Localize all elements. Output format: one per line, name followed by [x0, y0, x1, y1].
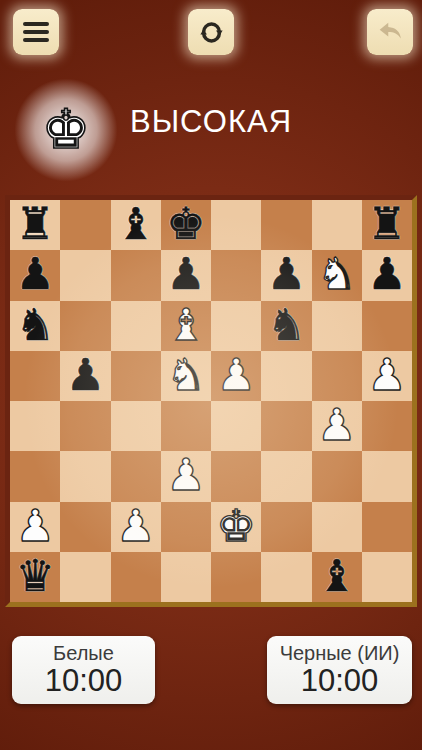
white-clock-label: Белые — [53, 642, 114, 664]
piece-white-pawn: ♟ — [367, 353, 406, 397]
square-a1[interactable]: ♛ — [10, 552, 60, 602]
square-e4[interactable] — [211, 401, 261, 451]
square-d4[interactable] — [161, 401, 211, 451]
square-f7[interactable]: ♟ — [261, 250, 311, 300]
square-b6[interactable] — [60, 301, 110, 351]
refresh-icon — [198, 19, 225, 46]
white-clock-panel: Белые 10:00 — [12, 636, 155, 704]
square-c5[interactable] — [111, 351, 161, 401]
piece-white-pawn: ♟ — [166, 453, 205, 497]
new-game-button[interactable] — [188, 9, 234, 55]
black-clock-time: 10:00 — [301, 664, 379, 698]
square-d7[interactable]: ♟ — [161, 250, 211, 300]
square-h3[interactable] — [362, 451, 412, 501]
white-clock-time: 10:00 — [45, 664, 123, 698]
square-h6[interactable] — [362, 301, 412, 351]
menu-button[interactable] — [13, 9, 59, 55]
undo-arrow-icon — [377, 19, 404, 46]
square-f3[interactable] — [261, 451, 311, 501]
square-g3[interactable] — [312, 451, 362, 501]
square-f1[interactable] — [261, 552, 311, 602]
square-e2[interactable]: ♚ — [211, 502, 261, 552]
square-e8[interactable] — [211, 200, 261, 250]
piece-white-pawn: ♟ — [15, 504, 54, 548]
piece-black-knight: ♞ — [15, 303, 54, 347]
square-b2[interactable] — [60, 502, 110, 552]
square-c6[interactable] — [111, 301, 161, 351]
black-clock-label: Черные (ИИ) — [280, 642, 400, 664]
square-e6[interactable] — [211, 301, 261, 351]
square-c4[interactable] — [111, 401, 161, 451]
piece-black-bishop: ♝ — [116, 202, 155, 246]
square-d5[interactable]: ♞ — [161, 351, 211, 401]
piece-black-rook: ♜ — [15, 202, 54, 246]
square-b7[interactable] — [60, 250, 110, 300]
piece-white-knight: ♞ — [317, 252, 356, 296]
square-a8[interactable]: ♜ — [10, 200, 60, 250]
piece-black-king: ♚ — [166, 202, 205, 246]
square-a2[interactable]: ♟ — [10, 502, 60, 552]
square-a4[interactable] — [10, 401, 60, 451]
square-c2[interactable]: ♟ — [111, 502, 161, 552]
square-d3[interactable]: ♟ — [161, 451, 211, 501]
square-f5[interactable] — [261, 351, 311, 401]
square-a7[interactable]: ♟ — [10, 250, 60, 300]
piece-white-bishop: ♝ — [166, 303, 205, 347]
square-e1[interactable] — [211, 552, 261, 602]
piece-black-pawn: ♟ — [367, 252, 406, 296]
square-b8[interactable] — [60, 200, 110, 250]
piece-white-pawn: ♟ — [216, 353, 255, 397]
chess-board: ♜♝♚♜♟♟♟♞♟♞♝♞♟♞♟♟♟♟♟♟♚♛♝ — [5, 195, 417, 607]
square-a6[interactable]: ♞ — [10, 301, 60, 351]
square-b1[interactable] — [60, 552, 110, 602]
square-f8[interactable] — [261, 200, 311, 250]
square-g1[interactable]: ♝ — [312, 552, 362, 602]
square-d2[interactable] — [161, 502, 211, 552]
piece-white-pawn: ♟ — [116, 504, 155, 548]
piece-white-knight: ♞ — [166, 353, 205, 397]
undo-button[interactable] — [367, 9, 413, 55]
square-c7[interactable] — [111, 250, 161, 300]
square-h1[interactable] — [362, 552, 412, 602]
square-e7[interactable] — [211, 250, 261, 300]
square-h7[interactable]: ♟ — [362, 250, 412, 300]
piece-black-pawn: ♟ — [15, 252, 54, 296]
piece-black-rook: ♜ — [367, 202, 406, 246]
square-h2[interactable] — [362, 502, 412, 552]
square-g2[interactable] — [312, 502, 362, 552]
piece-black-pawn: ♟ — [166, 252, 205, 296]
square-g4[interactable]: ♟ — [312, 401, 362, 451]
square-g6[interactable] — [312, 301, 362, 351]
hamburger-icon — [23, 22, 49, 42]
piece-black-pawn: ♟ — [267, 252, 306, 296]
square-f4[interactable] — [261, 401, 311, 451]
square-d1[interactable] — [161, 552, 211, 602]
square-b5[interactable]: ♟ — [60, 351, 110, 401]
piece-white-pawn: ♟ — [317, 403, 356, 447]
square-a5[interactable] — [10, 351, 60, 401]
square-b3[interactable] — [60, 451, 110, 501]
square-a3[interactable] — [10, 451, 60, 501]
square-e5[interactable]: ♟ — [211, 351, 261, 401]
square-c3[interactable] — [111, 451, 161, 501]
square-h8[interactable]: ♜ — [362, 200, 412, 250]
square-f6[interactable]: ♞ — [261, 301, 311, 351]
square-b4[interactable] — [60, 401, 110, 451]
square-g5[interactable] — [312, 351, 362, 401]
piece-black-knight: ♞ — [267, 303, 306, 347]
square-h5[interactable]: ♟ — [362, 351, 412, 401]
square-d8[interactable]: ♚ — [161, 200, 211, 250]
black-clock-panel: Черные (ИИ) 10:00 — [267, 636, 412, 704]
square-f2[interactable] — [261, 502, 311, 552]
piece-black-pawn: ♟ — [66, 353, 105, 397]
square-c1[interactable] — [111, 552, 161, 602]
square-g7[interactable]: ♞ — [312, 250, 362, 300]
square-c8[interactable]: ♝ — [111, 200, 161, 250]
square-d6[interactable]: ♝ — [161, 301, 211, 351]
square-g8[interactable] — [312, 200, 362, 250]
piece-white-king: ♚ — [216, 504, 255, 548]
square-h4[interactable] — [362, 401, 412, 451]
square-e3[interactable] — [211, 451, 261, 501]
piece-black-queen: ♛ — [15, 554, 54, 598]
difficulty-title: ВЫСОКАЯ — [0, 104, 422, 140]
piece-black-bishop: ♝ — [317, 554, 356, 598]
